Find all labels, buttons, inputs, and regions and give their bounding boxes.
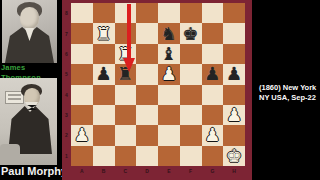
rank-label-7: 7 bbox=[62, 23, 71, 43]
black-pawn[interactable]: ♟ bbox=[226, 65, 242, 83]
square-d5[interactable] bbox=[136, 64, 158, 84]
square-a1[interactable] bbox=[71, 146, 93, 166]
square-d1[interactable] bbox=[136, 146, 158, 166]
square-h2[interactable] bbox=[223, 125, 245, 145]
file-label-e: E bbox=[158, 166, 180, 176]
chess-board[interactable]: ♜♞♚♜♝♟♜♟♟♟♟♟♟♚ bbox=[71, 3, 245, 166]
square-b4[interactable] bbox=[93, 85, 115, 105]
rank-label-2: 2 bbox=[62, 125, 71, 145]
square-d8[interactable] bbox=[136, 3, 158, 23]
black-knight[interactable]: ♞ bbox=[161, 25, 177, 43]
rank-label-1: 1 bbox=[62, 146, 71, 166]
square-d6[interactable] bbox=[136, 44, 158, 64]
file-label-a: A bbox=[71, 166, 93, 176]
square-a4[interactable] bbox=[71, 85, 93, 105]
square-g4[interactable] bbox=[202, 85, 224, 105]
file-label-g: G bbox=[202, 166, 224, 176]
square-a3[interactable] bbox=[71, 105, 93, 125]
rank-label-8: 8 bbox=[62, 3, 71, 23]
square-b5[interactable]: ♟ bbox=[93, 64, 115, 84]
square-e7[interactable]: ♞ bbox=[158, 23, 180, 43]
square-h7[interactable] bbox=[223, 23, 245, 43]
square-f8[interactable] bbox=[180, 3, 202, 23]
square-c8[interactable] bbox=[115, 3, 137, 23]
square-e6[interactable]: ♝ bbox=[158, 44, 180, 64]
rank-label-3: 3 bbox=[62, 105, 71, 125]
square-d2[interactable] bbox=[136, 125, 158, 145]
square-c6[interactable]: ♜ bbox=[115, 44, 137, 64]
morphy-portrait-photo bbox=[0, 78, 57, 165]
square-g6[interactable] bbox=[202, 44, 224, 64]
event-line2: NY USA, Sep-22 bbox=[259, 93, 319, 103]
chess-table bbox=[0, 144, 20, 165]
square-b1[interactable] bbox=[93, 146, 115, 166]
thompson-portrait-photo bbox=[2, 0, 57, 63]
event-line1: (1860) New York bbox=[259, 83, 319, 93]
square-b6[interactable] bbox=[93, 44, 115, 64]
square-h8[interactable] bbox=[223, 3, 245, 23]
square-d4[interactable] bbox=[136, 85, 158, 105]
bottom-player-name: Paul Morphy bbox=[1, 165, 71, 178]
square-b3[interactable] bbox=[93, 105, 115, 125]
white-pawn[interactable]: ♟ bbox=[74, 126, 90, 144]
square-g1[interactable] bbox=[202, 146, 224, 166]
square-g7[interactable] bbox=[202, 23, 224, 43]
square-h5[interactable]: ♟ bbox=[223, 64, 245, 84]
square-e1[interactable] bbox=[158, 146, 180, 166]
rank-label-4: 4 bbox=[62, 85, 71, 105]
square-b8[interactable] bbox=[93, 3, 115, 23]
file-label-d: D bbox=[136, 166, 158, 176]
white-pawn[interactable]: ♟ bbox=[226, 106, 242, 124]
square-f2[interactable] bbox=[180, 125, 202, 145]
square-c7[interactable] bbox=[115, 23, 137, 43]
square-f6[interactable] bbox=[180, 44, 202, 64]
rank-labels: 87654321 bbox=[62, 3, 71, 166]
square-c3[interactable] bbox=[115, 105, 137, 125]
square-e5[interactable]: ♟ bbox=[158, 64, 180, 84]
square-f5[interactable] bbox=[180, 64, 202, 84]
square-e8[interactable] bbox=[158, 3, 180, 23]
square-d7[interactable] bbox=[136, 23, 158, 43]
square-e4[interactable] bbox=[158, 85, 180, 105]
file-labels: ABCDEFGH bbox=[71, 166, 245, 176]
rank-label-6: 6 bbox=[62, 44, 71, 64]
square-f1[interactable] bbox=[180, 146, 202, 166]
square-a2[interactable]: ♟ bbox=[71, 125, 93, 145]
white-pawn[interactable]: ♟ bbox=[161, 65, 177, 83]
square-g8[interactable] bbox=[202, 3, 224, 23]
black-bishop[interactable]: ♝ bbox=[161, 45, 177, 63]
file-label-h: H bbox=[223, 166, 245, 176]
square-c4[interactable] bbox=[115, 85, 137, 105]
square-g3[interactable] bbox=[202, 105, 224, 125]
square-c1[interactable] bbox=[115, 146, 137, 166]
square-c2[interactable] bbox=[115, 125, 137, 145]
square-f7[interactable]: ♚ bbox=[180, 23, 202, 43]
square-b2[interactable] bbox=[93, 125, 115, 145]
thumbnail-stage: James Thompson Paul Morphy 87654321 ABCD… bbox=[0, 0, 320, 180]
square-d3[interactable] bbox=[136, 105, 158, 125]
black-pawn[interactable]: ♟ bbox=[204, 65, 220, 83]
square-h4[interactable] bbox=[223, 85, 245, 105]
black-rook[interactable]: ♜ bbox=[117, 65, 133, 83]
portrait-face bbox=[20, 7, 39, 29]
file-label-f: F bbox=[180, 166, 202, 176]
white-rook[interactable]: ♜ bbox=[117, 45, 133, 63]
square-b7[interactable]: ♜ bbox=[93, 23, 115, 43]
white-pawn[interactable]: ♟ bbox=[204, 126, 220, 144]
black-king[interactable]: ♚ bbox=[183, 25, 199, 43]
square-e3[interactable] bbox=[158, 105, 180, 125]
rank-label-5: 5 bbox=[62, 64, 71, 84]
event-caption: (1860) New York NY USA, Sep-22 bbox=[259, 83, 319, 103]
square-f4[interactable] bbox=[180, 85, 202, 105]
square-h6[interactable] bbox=[223, 44, 245, 64]
square-f3[interactable] bbox=[180, 105, 202, 125]
square-h3[interactable]: ♟ bbox=[223, 105, 245, 125]
chess-board-frame: 87654321 ABCDEFGH ♜♞♚♜♝♟♜♟♟♟♟♟♟♚ bbox=[62, 0, 252, 180]
square-a7[interactable] bbox=[71, 23, 93, 43]
square-g5[interactable]: ♟ bbox=[202, 64, 224, 84]
square-g2[interactable]: ♟ bbox=[202, 125, 224, 145]
file-label-b: B bbox=[93, 166, 115, 176]
black-pawn[interactable]: ♟ bbox=[96, 65, 112, 83]
white-king[interactable]: ♚ bbox=[226, 147, 242, 165]
square-a8[interactable] bbox=[71, 3, 93, 23]
square-h1[interactable]: ♚ bbox=[223, 146, 245, 166]
square-a5[interactable] bbox=[71, 64, 93, 84]
square-a6[interactable] bbox=[71, 44, 93, 64]
white-rook[interactable]: ♜ bbox=[96, 25, 112, 43]
square-c5[interactable]: ♜ bbox=[115, 64, 137, 84]
file-label-c: C bbox=[115, 166, 137, 176]
square-e2[interactable] bbox=[158, 125, 180, 145]
